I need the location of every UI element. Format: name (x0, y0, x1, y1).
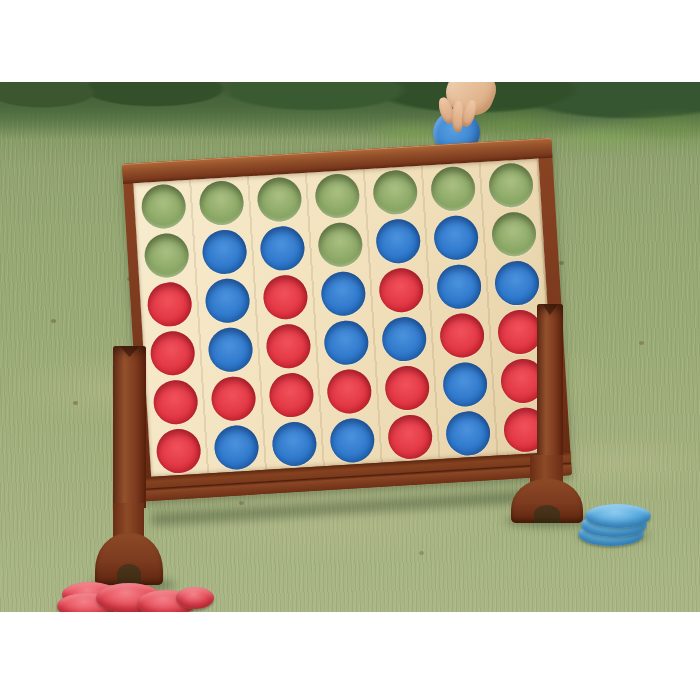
blue-disc (442, 361, 489, 408)
blue-disc (207, 326, 254, 373)
blue-disc (445, 410, 492, 457)
right-foot (511, 455, 583, 523)
empty-hole (256, 176, 303, 223)
playing-panel (133, 159, 556, 477)
red-disc (265, 322, 312, 369)
cell-r1c2[interactable] (191, 176, 252, 228)
product-photo (0, 0, 700, 700)
blue-disc (259, 225, 306, 272)
cell-r2c5[interactable] (368, 215, 429, 267)
blue-disc (323, 319, 370, 366)
empty-hole (372, 169, 419, 216)
blue-disc (320, 270, 367, 317)
cell-r2c1[interactable] (136, 229, 197, 281)
cell-r6c6[interactable] (438, 407, 499, 459)
red-disc (268, 371, 315, 418)
empty-hole (317, 221, 364, 268)
cell-r2c7[interactable] (484, 207, 545, 259)
cell-r3c1[interactable] (139, 278, 200, 330)
loose-red-disc (176, 587, 214, 609)
cell-r5c6[interactable] (435, 358, 496, 410)
red-disc (210, 375, 257, 422)
cell-r6c2[interactable] (206, 421, 267, 473)
cell-r1c3[interactable] (249, 173, 310, 225)
cell-r5c2[interactable] (203, 372, 264, 424)
cell-r5c5[interactable] (377, 361, 438, 413)
cell-r3c6[interactable] (429, 260, 490, 312)
cell-r6c1[interactable] (148, 424, 209, 476)
cell-r2c6[interactable] (426, 211, 487, 263)
blue-disc (381, 315, 428, 362)
blue-disc (213, 424, 260, 471)
cell-r1c7[interactable] (481, 159, 542, 211)
cell-r2c4[interactable] (310, 218, 371, 270)
red-disc (152, 378, 199, 425)
cell-r4c6[interactable] (432, 309, 493, 361)
cell-r3c5[interactable] (371, 263, 432, 315)
red-disc (387, 413, 434, 460)
cell-r1c1[interactable] (133, 180, 194, 232)
connect-four-board (122, 138, 572, 502)
empty-hole (198, 179, 245, 226)
cell-r3c3[interactable] (255, 271, 316, 323)
cell-r2c2[interactable] (194, 225, 255, 277)
cell-r4c3[interactable] (258, 319, 319, 371)
leaf-debris (0, 82, 3, 84)
empty-hole (488, 161, 535, 208)
cell-r5c3[interactable] (261, 368, 322, 420)
empty-hole (140, 183, 187, 230)
cell-r2c3[interactable] (252, 222, 313, 274)
left-foot (95, 503, 163, 585)
cell-r3c2[interactable] (197, 274, 258, 326)
cell-r4c2[interactable] (200, 323, 261, 375)
foot-arch (117, 564, 141, 585)
loose-blue-disc (585, 504, 651, 528)
red-disc (262, 273, 309, 320)
post-notch (542, 304, 558, 315)
cell-r5c1[interactable] (145, 375, 206, 427)
cell-r1c5[interactable] (365, 166, 426, 218)
blue-disc (436, 263, 483, 310)
red-disc (378, 266, 425, 313)
red-disc (439, 312, 486, 359)
cell-r4c5[interactable] (374, 312, 435, 364)
blue-disc (433, 214, 480, 261)
cell-r1c6[interactable] (423, 162, 484, 214)
cell-r1c4[interactable] (307, 169, 368, 221)
cell-r6c3[interactable] (264, 417, 325, 469)
blue-disc (329, 417, 376, 464)
empty-hole (143, 232, 190, 279)
red-disc (155, 427, 202, 474)
empty-hole (491, 210, 538, 257)
blue-disc (375, 217, 422, 264)
board-grid (133, 159, 556, 477)
blue-disc (271, 420, 318, 467)
cell-r5c4[interactable] (319, 365, 380, 417)
right-support-post (537, 304, 563, 460)
red-disc (146, 281, 193, 328)
cell-r4c1[interactable] (142, 327, 203, 379)
cell-r6c5[interactable] (380, 410, 441, 462)
blue-disc (201, 228, 248, 275)
foot-arch (534, 505, 560, 523)
cell-r6c4[interactable] (322, 414, 383, 466)
cell-r3c4[interactable] (313, 267, 374, 319)
empty-hole (430, 165, 477, 212)
left-support-post (113, 346, 146, 508)
cell-r4c4[interactable] (316, 316, 377, 368)
red-disc (326, 368, 373, 415)
empty-hole (314, 172, 361, 219)
post-notch (120, 346, 140, 357)
blue-disc (494, 259, 541, 306)
lawn-background (0, 82, 700, 612)
red-disc (384, 364, 431, 411)
blue-disc (204, 277, 251, 324)
red-disc (149, 329, 196, 376)
cell-r3c7[interactable] (487, 256, 548, 308)
